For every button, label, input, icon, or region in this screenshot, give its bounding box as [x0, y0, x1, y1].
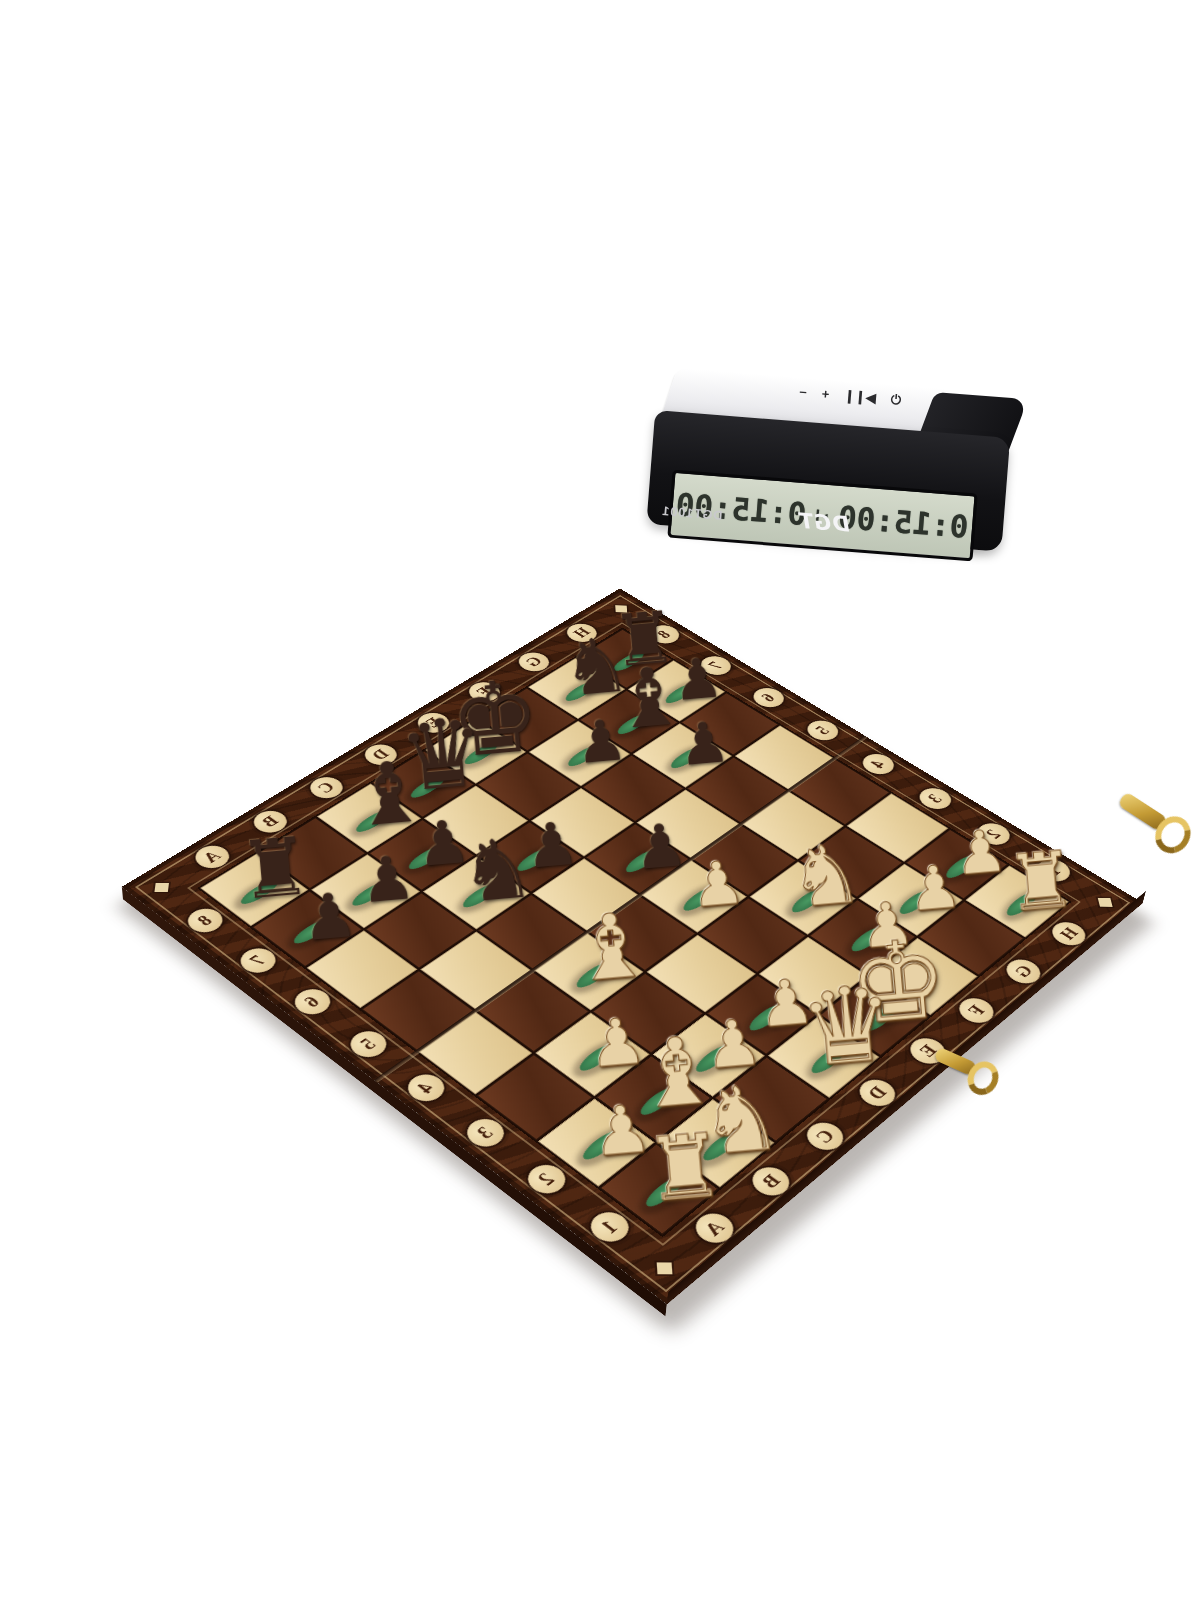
rank-label-5: 5 [343, 1026, 393, 1062]
rank-label-7: 7 [233, 944, 282, 978]
chess-board: ABCDEFGH ABCDEFGH 87654321 87654321 ♜♝♛♚… [122, 588, 1143, 1304]
rank-label-1: 1 [583, 1207, 636, 1248]
rank-label-4: 4 [856, 750, 899, 778]
product-photo-stage: ⏻▶❙❙+− 0:15:00 ▸❙ 0:15:00 DGT1001 DGT AB… [0, 0, 1200, 1600]
rank-label-3: 3 [913, 784, 957, 813]
rank-label-6: 6 [287, 984, 337, 1019]
rank-label-8: 8 [181, 904, 229, 937]
rank-label-5: 5 [801, 717, 844, 745]
corner-inlay-icon [154, 883, 168, 892]
rank-label-4: 4 [400, 1069, 451, 1106]
board-grid: ♜♝♛♚♞♜♟♟♟♟♝♟♞♟♟♟♝♟♟♞♟♝♟♟♟♟♟♜♞♛♚♜ [200, 629, 1069, 1235]
rank-label-2: 2 [520, 1160, 572, 1200]
board-border-frame: ABCDEFGH ABCDEFGH 87654321 87654321 ♜♝♛♚… [122, 588, 1143, 1304]
piece-white-rook-a1[interactable]: ♜ [591, 1118, 778, 1217]
corner-inlay-icon [657, 1262, 673, 1274]
board-scene: ABCDEFGH ABCDEFGH 87654321 87654321 ♜♝♛♚… [0, 0, 1200, 1600]
piece-white-bishop-c4[interactable]: ♝ [525, 898, 698, 997]
rank-label-3: 3 [459, 1114, 511, 1153]
